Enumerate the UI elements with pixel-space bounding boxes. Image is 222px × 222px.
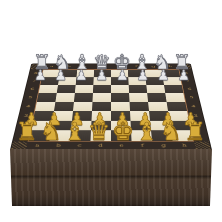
piece-silver-pawn-h7[interactable]: ♟ [177,68,190,82]
piece-silver-pawn-c7[interactable]: ♟ [75,68,88,82]
piece-silver-pawn-d7[interactable]: ♟ [95,68,108,82]
piece-gold-king-e1[interactable]: ♚ [112,119,134,144]
square-b5[interactable] [55,93,74,102]
square-h6[interactable] [164,85,183,93]
square-f5[interactable] [129,93,148,102]
piece-silver-pawn-f7[interactable]: ♟ [136,68,149,82]
square-a5[interactable] [37,93,57,102]
piece-silver-pawn-g7[interactable]: ♟ [157,68,170,82]
square-g6[interactable] [146,85,165,93]
board-cell-d1: ♛ [87,119,111,144]
square-a6[interactable] [39,85,58,93]
piece-silver-pawn-b7[interactable]: ♟ [54,68,67,82]
piece-gold-bishop-c1[interactable]: ♝ [64,119,86,144]
square-f6[interactable] [129,85,148,93]
square-c6[interactable] [75,85,94,93]
piece-silver-pawn-a7[interactable]: ♟ [34,68,47,82]
piece-gold-bishop-f1[interactable]: ♝ [136,119,158,144]
square-c5[interactable] [74,93,93,102]
rank-label-5: 5 [23,93,38,102]
piece-gold-knight-g1[interactable]: ♞ [160,119,182,144]
wooden-box-front [10,149,212,206]
board-cell-c1: ♝ [63,119,87,144]
piece-gold-queen-d1[interactable]: ♛ [88,119,110,144]
piece-gold-rook-h1[interactable]: ♜ [184,119,206,144]
board-cell-a1: ♜ [15,119,39,144]
board-cell-h1: ♜ [183,119,207,144]
piece-silver-pawn-e7[interactable]: ♟ [116,68,129,82]
square-g5[interactable] [147,93,166,102]
rank-label-5: 5 [184,93,199,102]
square-e6[interactable] [111,85,129,93]
gold-back-rank-row: ♜♞♝♛♚♝♞♜ [15,119,207,144]
board-cell-b1: ♞ [39,119,63,144]
square-d5[interactable] [92,93,111,102]
board-cell-e1: ♚ [111,119,135,144]
square-h5[interactable] [165,93,185,102]
board-cell-g1: ♞ [159,119,183,144]
square-d6[interactable] [93,85,111,93]
square-b6[interactable] [57,85,76,93]
board-cell-f1: ♝ [135,119,159,144]
piece-gold-knight-b1[interactable]: ♞ [40,119,62,144]
square-e5[interactable] [111,93,130,102]
rank-label-6: 6 [25,85,40,93]
chess-set-photo: abcdefgh 87654321 87654321 abcdefgh ♜♞♝♛… [0,0,222,222]
rank-label-6: 6 [182,85,197,93]
piece-gold-rook-a1[interactable]: ♜ [16,119,38,144]
